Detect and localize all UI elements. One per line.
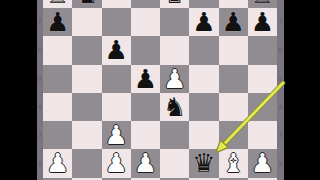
rank-label-7: 7 [277, 19, 284, 25]
square-c6: ♟ [102, 36, 131, 64]
square-c7 [102, 8, 131, 36]
square-b1 [72, 178, 101, 180]
square-f3 [189, 121, 218, 149]
chess-board-viewport: ♜♞♚♜♟♟♟♟♟♟♟♞♟♟♟♟♛♝♟♜♝♚♜ [43, 0, 277, 180]
white-rook-h1: ♜ [248, 178, 277, 180]
square-f6 [189, 36, 218, 64]
square-g5 [219, 65, 248, 93]
rank-label-3: 3 [277, 132, 284, 138]
square-h7: ♟ [248, 8, 277, 36]
square-g4 [219, 93, 248, 121]
square-a5 [43, 65, 72, 93]
square-h3 [248, 121, 277, 149]
square-e5: ♟ [160, 65, 189, 93]
white-bishop-c1: ♝ [102, 178, 131, 180]
black-pawn-d5: ♟ [131, 65, 160, 93]
square-a1: ♜ [43, 178, 72, 180]
white-bishop-g2: ♝ [219, 149, 248, 177]
white-pawn-c2: ♟ [102, 149, 131, 177]
white-pawn-d2: ♟ [131, 149, 160, 177]
square-h1: ♜ [248, 178, 277, 180]
white-pawn-h2: ♟ [248, 149, 277, 177]
square-a2: ♟ [43, 149, 72, 177]
square-a4 [43, 93, 72, 121]
square-d8 [131, 0, 160, 8]
square-g6 [219, 36, 248, 64]
square-h5 [248, 65, 277, 93]
square-b6 [72, 36, 101, 64]
square-d4 [131, 93, 160, 121]
square-d6 [131, 36, 160, 64]
black-knight-e4: ♞ [160, 93, 189, 121]
square-e6 [160, 36, 189, 64]
square-h8: ♜ [248, 0, 277, 8]
square-c3: ♟ [102, 121, 131, 149]
black-pawn-f7: ♟ [189, 8, 218, 36]
square-c4 [102, 93, 131, 121]
black-king-e8: ♚ [160, 0, 189, 8]
black-rook-h8: ♜ [248, 0, 277, 8]
square-e7 [160, 8, 189, 36]
square-a7: ♟ [43, 8, 72, 36]
square-f7: ♟ [189, 8, 218, 36]
square-d1 [131, 178, 160, 180]
square-b7 [72, 8, 101, 36]
video-frame: 765432 765432 ♜♞♚♜♟♟♟♟♟♟♟♞♟♟♟♟♛♝♟♜♝♚♜ [0, 0, 320, 180]
black-pawn-c6: ♟ [102, 36, 131, 64]
square-h6 [248, 36, 277, 64]
square-b2 [72, 149, 101, 177]
square-g2: ♝ [219, 149, 248, 177]
square-e2 [160, 149, 189, 177]
square-a3 [43, 121, 72, 149]
square-b3 [72, 121, 101, 149]
black-pawn-g7: ♟ [219, 8, 248, 36]
white-pawn-c3: ♟ [102, 121, 131, 149]
rank-label-4: 4 [277, 104, 284, 110]
square-f8 [189, 0, 218, 8]
square-g7: ♟ [219, 8, 248, 36]
square-d7 [131, 8, 160, 36]
black-pawn-h7: ♟ [248, 8, 277, 36]
black-rook-a8: ♜ [43, 0, 72, 8]
white-pawn-a2: ♟ [43, 149, 72, 177]
square-c2: ♟ [102, 149, 131, 177]
square-e4: ♞ [160, 93, 189, 121]
black-pawn-a7: ♟ [43, 8, 72, 36]
square-d2: ♟ [131, 149, 160, 177]
black-queen-f2: ♛ [189, 149, 218, 177]
square-f2: ♛ [189, 149, 218, 177]
square-e8: ♚ [160, 0, 189, 8]
square-f1: ♚ [189, 178, 218, 180]
white-pawn-e5: ♟ [160, 65, 189, 93]
square-a6 [43, 36, 72, 64]
white-king-f1: ♚ [189, 178, 218, 180]
square-c5 [102, 65, 131, 93]
square-h2: ♟ [248, 149, 277, 177]
black-knight-b8: ♞ [72, 0, 101, 8]
board-border-right: 765432 [277, 0, 284, 180]
chess-board: ♜♞♚♜♟♟♟♟♟♟♟♞♟♟♟♟♛♝♟♜♝♚♜ [43, 0, 277, 180]
square-g1 [219, 178, 248, 180]
rank-label-2: 2 [277, 161, 284, 167]
rank-label-5: 5 [277, 76, 284, 82]
square-d3 [131, 121, 160, 149]
square-f5 [189, 65, 218, 93]
square-e3 [160, 121, 189, 149]
square-c8 [102, 0, 131, 8]
square-b4 [72, 93, 101, 121]
white-rook-a1: ♜ [43, 178, 72, 180]
square-b8: ♞ [72, 0, 101, 8]
square-e1 [160, 178, 189, 180]
square-b5 [72, 65, 101, 93]
square-c1: ♝ [102, 178, 131, 180]
square-d5: ♟ [131, 65, 160, 93]
rank-label-6: 6 [277, 47, 284, 53]
square-h4 [248, 93, 277, 121]
square-f4 [189, 93, 218, 121]
square-a8: ♜ [43, 0, 72, 8]
square-g8 [219, 0, 248, 8]
square-g3 [219, 121, 248, 149]
